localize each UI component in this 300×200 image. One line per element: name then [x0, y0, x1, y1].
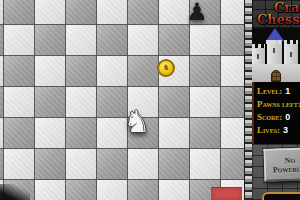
cell-3-5[interactable]: [65, 148, 96, 179]
powerup-button[interactable]: No Powerup!: [263, 147, 300, 182]
cell-3-3[interactable]: [65, 86, 96, 117]
stat-score: Score: 0: [257, 112, 300, 125]
stone-border-strip: [244, 0, 252, 200]
cell-1-0[interactable]: [3, 0, 34, 24]
cell-4-4[interactable]: [96, 117, 127, 148]
cell-6-4[interactable]: [158, 117, 189, 148]
cell-7-3[interactable]: [189, 86, 220, 117]
score-value: 0: [285, 112, 290, 122]
cell-5-2[interactable]: [127, 55, 158, 86]
gold-coin: ♞: [157, 59, 175, 77]
bottom-panel-corner: [262, 192, 300, 200]
cell-2-4[interactable]: [34, 117, 65, 148]
stat-lives: Lives: 3: [257, 125, 300, 138]
cell-3-6[interactable]: [65, 179, 96, 200]
stat-level: Level: 1: [257, 86, 300, 99]
lives-label: Lives:: [257, 125, 280, 135]
cell-4-6[interactable]: [96, 179, 127, 200]
cell-1-2[interactable]: [3, 55, 34, 86]
cell-8-5[interactable]: [220, 148, 244, 179]
white-knight[interactable]: ♞: [124, 107, 151, 137]
cell-1-1[interactable]: [3, 24, 34, 55]
score-label: Score:: [257, 112, 282, 122]
castle-crenellation: [284, 40, 298, 44]
cell-2-6[interactable]: [34, 179, 65, 200]
cell-4-5[interactable]: [96, 148, 127, 179]
black-pawn: ♟: [186, 0, 208, 24]
cell-7-4[interactable]: [189, 117, 220, 148]
cell-5-5[interactable]: [127, 148, 158, 179]
cell-4-3[interactable]: [96, 86, 127, 117]
cell-6-0[interactable]: [158, 0, 189, 24]
castle-door: [271, 70, 281, 82]
cell-3-0[interactable]: [65, 0, 96, 24]
sidebar-content: Crazy Chess! Level: 1: [252, 0, 300, 200]
level-value: 1: [285, 86, 290, 96]
stats-panel: Level: 1 Pawns left: Score: 0 Lives: 3: [252, 82, 300, 144]
cell-2-1[interactable]: [34, 24, 65, 55]
cell-4-2[interactable]: [96, 55, 127, 86]
cell-1-5[interactable]: [3, 148, 34, 179]
level-label: Level:: [257, 86, 282, 96]
board-corner-shadow: [0, 184, 30, 200]
cell-7-5[interactable]: [189, 148, 220, 179]
cell-2-2[interactable]: [34, 55, 65, 86]
cell-3-2[interactable]: [65, 55, 96, 86]
castle-crenellation: [266, 40, 283, 44]
cell-5-6[interactable]: [127, 179, 158, 200]
cell-1-4[interactable]: [3, 117, 34, 148]
cell-2-5[interactable]: [34, 148, 65, 179]
cell-8-2[interactable]: [220, 55, 244, 86]
cell-2-0[interactable]: [34, 0, 65, 24]
cell-7-2[interactable]: [189, 55, 220, 86]
cell-6-6[interactable]: [158, 179, 189, 200]
chess-board[interactable]: ♞ ♟♞: [0, 0, 244, 200]
castle-window: [290, 52, 292, 57]
castle-window: [257, 54, 259, 59]
cell-4-1[interactable]: [96, 24, 127, 55]
sidebar: Crazy Chess! Level: 1: [244, 0, 300, 200]
cell-6-5[interactable]: [158, 148, 189, 179]
cell-2-3[interactable]: [34, 86, 65, 117]
powerup-button-line-1: No: [284, 155, 295, 164]
powerup-button-line-2: Powerup!: [273, 164, 300, 174]
game-logo: Crazy Chess!: [252, 0, 300, 28]
cell-5-1[interactable]: [127, 24, 158, 55]
board-grid: [0, 0, 244, 200]
lives-value: 3: [283, 125, 288, 135]
logo-line-2: Chess!: [257, 12, 300, 27]
castle-crenellation: [252, 44, 265, 48]
cell-8-0[interactable]: [220, 0, 244, 24]
cell-1-3[interactable]: [3, 86, 34, 117]
red-target-square: [211, 187, 242, 200]
cell-8-1[interactable]: [220, 24, 244, 55]
cell-7-1[interactable]: [189, 24, 220, 55]
cell-5-0[interactable]: [127, 0, 158, 24]
cell-8-4[interactable]: [220, 117, 244, 148]
coin-emblem-icon: ♞: [162, 64, 169, 72]
game-screen: ♞ ♟♞ Crazy Chess!: [0, 0, 300, 200]
cell-3-4[interactable]: [65, 117, 96, 148]
cell-6-3[interactable]: [158, 86, 189, 117]
castle-illustration: [252, 28, 300, 82]
cell-3-1[interactable]: [65, 24, 96, 55]
stat-pawns-left: Pawns left:: [257, 99, 300, 112]
cell-8-3[interactable]: [220, 86, 244, 117]
cell-4-0[interactable]: [96, 0, 127, 24]
pawns-left-label: Pawns left:: [257, 99, 300, 109]
castle-window: [273, 48, 275, 53]
cell-6-1[interactable]: [158, 24, 189, 55]
